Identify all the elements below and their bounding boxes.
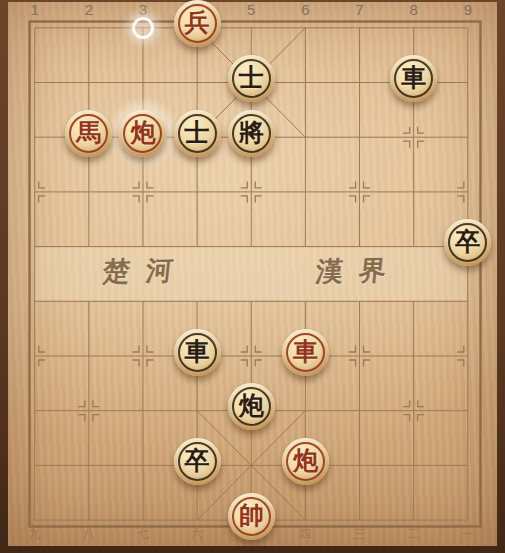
piece-red-cannon[interactable]: 炮	[119, 110, 166, 157]
file-label-bottom-3: 七	[132, 526, 154, 543]
piece-character: 炮	[228, 383, 275, 430]
file-label-top-8: 8	[404, 1, 424, 18]
piece-black-soldier[interactable]: 卒	[174, 438, 221, 485]
piece-red-soldier[interactable]: 兵	[174, 0, 221, 47]
piece-black-chariot[interactable]: 車	[390, 55, 437, 102]
piece-character: 炮	[119, 110, 166, 157]
river-label-han-jie: 漢界	[287, 252, 431, 290]
piece-character: 炮	[282, 438, 329, 485]
file-label-top-6: 6	[295, 1, 315, 18]
piece-red-cannon[interactable]: 炮	[282, 438, 329, 485]
file-label-top-7: 7	[350, 1, 370, 18]
file-label-bottom-2: 八	[78, 526, 100, 543]
file-label-bottom-4: 六	[186, 526, 208, 543]
piece-red-horse[interactable]: 馬	[65, 110, 112, 157]
river-label-chu-he: 楚河	[74, 252, 218, 290]
piece-black-advisor[interactable]: 士	[228, 55, 275, 102]
piece-black-general[interactable]: 將	[228, 110, 275, 157]
piece-character: 將	[228, 110, 275, 157]
file-label-bottom-1: 九	[24, 526, 46, 543]
piece-character: 帥	[228, 493, 275, 540]
file-label-top-2: 2	[79, 1, 99, 18]
piece-character: 卒	[174, 438, 221, 485]
file-label-top-1: 1	[25, 1, 45, 18]
piece-character: 士	[174, 110, 221, 157]
piece-black-cannon[interactable]: 炮	[228, 383, 275, 430]
file-label-bottom-7: 三	[349, 526, 371, 543]
piece-character: 兵	[174, 0, 221, 47]
piece-character: 馬	[65, 110, 112, 157]
piece-red-general[interactable]: 帥	[228, 493, 275, 540]
file-label-bottom-8: 二	[403, 526, 425, 543]
piece-black-advisor[interactable]: 士	[174, 110, 221, 157]
piece-character: 車	[390, 55, 437, 102]
piece-character: 士	[228, 55, 275, 102]
piece-character: 卒	[444, 219, 491, 266]
xiangqi-game-screen: 兵士車馬炮士將卒車車炮卒炮帥 楚河 漢界 123456789九八七六五四三二一	[0, 0, 505, 553]
piece-black-chariot[interactable]: 車	[174, 329, 221, 376]
file-label-bottom-9: 一	[457, 526, 479, 543]
piece-black-soldier[interactable]: 卒	[444, 219, 491, 266]
file-label-bottom-6: 四	[294, 526, 316, 543]
move-origin-marker	[132, 17, 154, 39]
piece-character: 車	[282, 329, 329, 376]
file-label-top-3: 3	[133, 1, 153, 18]
piece-character: 車	[174, 329, 221, 376]
file-label-top-9: 9	[458, 1, 478, 18]
file-label-top-5: 5	[241, 1, 261, 18]
piece-red-chariot[interactable]: 車	[282, 329, 329, 376]
